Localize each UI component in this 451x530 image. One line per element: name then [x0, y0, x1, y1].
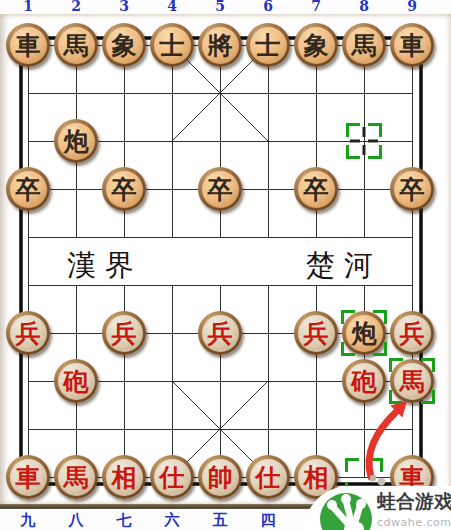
piece-red-f1r10[interactable]: 車 — [6, 455, 50, 499]
piece-red-f7r7[interactable]: 兵 — [294, 311, 338, 355]
piece-black-f6r1[interactable]: 士 — [246, 23, 290, 67]
file-label-top-6: 6 — [263, 0, 273, 14]
file-label-bottom-5: 五 — [213, 511, 228, 530]
piece-character: 砲 — [58, 363, 95, 400]
piece-character: 仕 — [154, 459, 191, 496]
file-label-top-8: 8 — [359, 0, 369, 14]
watermark-name: 蛙合游戏 — [377, 489, 451, 515]
piece-black-f7r1[interactable]: 象 — [294, 23, 338, 67]
piece-red-f4r10[interactable]: 仕 — [150, 455, 194, 499]
piece-red-f1r7[interactable]: 兵 — [6, 311, 50, 355]
piece-character: 士 — [250, 27, 287, 64]
file-label-bottom-6: 四 — [261, 511, 276, 530]
piece-character: 馬 — [58, 27, 95, 64]
piece-character: 卒 — [106, 171, 143, 208]
piece-red-f9r8[interactable]: 馬 — [390, 359, 434, 403]
piece-red-f2r10[interactable]: 馬 — [54, 455, 98, 499]
piece-character: 馬 — [394, 363, 431, 400]
piece-character: 兵 — [394, 315, 431, 352]
piece-character: 相 — [106, 459, 143, 496]
piece-character: 士 — [154, 27, 191, 64]
file-label-bottom-2: 八 — [69, 511, 84, 530]
piece-black-f3r1[interactable]: 象 — [102, 23, 146, 67]
piece-character: 帥 — [202, 459, 239, 496]
watermark-site: cdwahe.com — [377, 516, 451, 529]
piece-red-f5r7[interactable]: 兵 — [198, 311, 242, 355]
piece-black-f8r7[interactable]: 炮 — [342, 311, 386, 355]
file-label-bottom-1: 九 — [21, 511, 36, 530]
piece-character: 馬 — [58, 459, 95, 496]
xiangqi-app: 漢界 楚河 車馬象士將士象馬車炮卒卒卒卒卒炮兵兵兵兵兵砲砲馬車馬相仕帥仕相車 1… — [0, 0, 451, 530]
file-label-top-7: 7 — [311, 0, 321, 14]
piece-character: 將 — [202, 27, 239, 64]
piece-black-f9r1[interactable]: 車 — [390, 23, 434, 67]
piece-black-f1r1[interactable]: 車 — [6, 23, 50, 67]
piece-character: 馬 — [346, 27, 383, 64]
piece-character: 卒 — [202, 171, 239, 208]
file-label-bottom-4: 六 — [165, 511, 180, 530]
piece-character: 象 — [298, 27, 335, 64]
piece-red-f2r8[interactable]: 砲 — [54, 359, 98, 403]
river-label-left: 漢界 — [67, 246, 143, 286]
piece-black-f3r4[interactable]: 卒 — [102, 167, 146, 211]
piece-red-f9r7[interactable]: 兵 — [390, 311, 434, 355]
frog-logo-icon — [316, 492, 372, 530]
file-label-top-3: 3 — [119, 0, 129, 14]
piece-black-f4r1[interactable]: 士 — [150, 23, 194, 67]
piece-red-f6r10[interactable]: 仕 — [246, 455, 290, 499]
piece-black-f9r4[interactable]: 卒 — [390, 167, 434, 211]
piece-character: 卒 — [298, 171, 335, 208]
file-label-top-4: 4 — [167, 0, 177, 14]
piece-character: 兵 — [202, 315, 239, 352]
piece-black-f7r4[interactable]: 卒 — [294, 167, 338, 211]
piece-character: 車 — [394, 27, 431, 64]
piece-black-f1r4[interactable]: 卒 — [6, 167, 50, 211]
piece-character: 車 — [10, 27, 47, 64]
piece-character: 兵 — [106, 315, 143, 352]
piece-red-f3r7[interactable]: 兵 — [102, 311, 146, 355]
piece-character: 兵 — [10, 315, 47, 352]
piece-character: 象 — [106, 27, 143, 64]
file-label-top-9: 9 — [407, 0, 417, 14]
piece-red-f3r10[interactable]: 相 — [102, 455, 146, 499]
file-label-top-5: 5 — [215, 0, 225, 14]
piece-character: 卒 — [10, 171, 47, 208]
piece-character: 炮 — [346, 315, 383, 352]
piece-red-f8r8[interactable]: 砲 — [342, 359, 386, 403]
piece-character: 炮 — [58, 123, 95, 160]
piece-black-f8r1[interactable]: 馬 — [342, 23, 386, 67]
river-label-right: 楚河 — [306, 246, 382, 286]
piece-black-f2r3[interactable]: 炮 — [54, 119, 98, 163]
piece-character: 車 — [10, 459, 47, 496]
piece-character: 仕 — [250, 459, 287, 496]
piece-red-f5r10[interactable]: 帥 — [198, 455, 242, 499]
file-label-top-1: 1 — [23, 0, 33, 14]
piece-black-f5r1[interactable]: 將 — [198, 23, 242, 67]
file-labels-top: 123456789 — [0, 0, 451, 14]
piece-black-f2r1[interactable]: 馬 — [54, 23, 98, 67]
piece-character: 卒 — [394, 171, 431, 208]
piece-character: 兵 — [298, 315, 335, 352]
watermark-text: 蛙合游戏 cdwahe.com — [377, 489, 451, 529]
piece-black-f5r4[interactable]: 卒 — [198, 167, 242, 211]
piece-character: 砲 — [346, 363, 383, 400]
file-label-bottom-3: 七 — [117, 511, 132, 530]
file-label-top-2: 2 — [71, 0, 81, 14]
